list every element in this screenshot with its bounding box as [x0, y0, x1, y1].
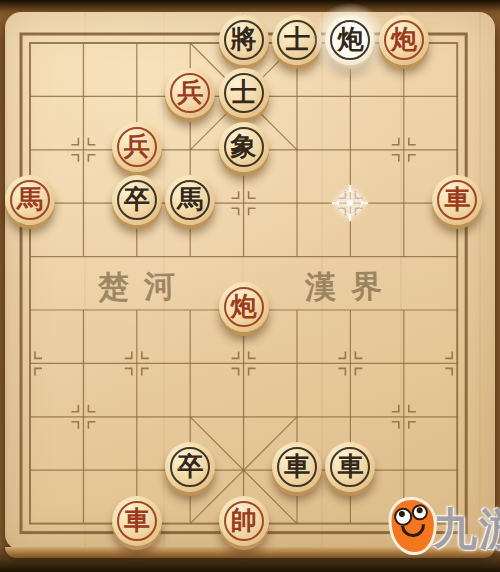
- piece-red-horse[interactable]: 馬: [5, 175, 55, 225]
- mascot-eye-icon: [393, 507, 413, 527]
- mascot-eye-icon: [411, 504, 428, 521]
- piece-red-soldier[interactable]: 兵: [112, 122, 162, 172]
- piece-character: 馬: [17, 186, 43, 212]
- piece-character: 帥: [231, 507, 257, 533]
- piece-character: 兵: [124, 133, 150, 159]
- river-label-right: 漢界: [297, 265, 398, 309]
- piece-black-advisor[interactable]: 士: [219, 68, 269, 118]
- piece-black-chariot[interactable]: 車: [325, 442, 375, 492]
- piece-black-elephant[interactable]: 象: [219, 122, 269, 172]
- piece-red-chariot[interactable]: 車: [432, 175, 482, 225]
- piece-character: 車: [444, 186, 470, 212]
- watermark-text: 九游: [433, 500, 500, 559]
- piece-character: 車: [124, 507, 150, 533]
- reticle-tick-icon: [349, 185, 351, 192]
- piece-black-horse[interactable]: 馬: [165, 175, 215, 225]
- piece-character: 炮: [337, 26, 363, 52]
- piece-character: 炮: [231, 293, 257, 319]
- piece-black-cannon[interactable]: 炮: [325, 15, 375, 65]
- piece-black-chariot[interactable]: 車: [272, 442, 322, 492]
- piece-black-soldier[interactable]: 卒: [112, 175, 162, 225]
- piece-character: 炮: [391, 26, 417, 52]
- piece-character: 將: [231, 26, 257, 52]
- piece-character: 象: [231, 133, 257, 159]
- piece-red-general[interactable]: 帥: [219, 496, 269, 546]
- piece-character: 車: [337, 453, 363, 479]
- piece-red-soldier[interactable]: 兵: [165, 68, 215, 118]
- xiangqi-game-screen: 楚河 漢界 將士炮炮兵士兵象馬卒馬車炮卒車車車帥 九游: [0, 0, 500, 572]
- piece-character: 兵: [177, 79, 203, 105]
- piece-red-cannon[interactable]: 炮: [219, 282, 269, 332]
- piece-character: 士: [284, 26, 310, 52]
- river-label-left: 楚河: [90, 265, 191, 309]
- piece-red-chariot[interactable]: 車: [112, 496, 162, 546]
- piece-black-general[interactable]: 將: [219, 15, 269, 65]
- piece-black-soldier[interactable]: 卒: [165, 442, 215, 492]
- reticle-tick-icon: [361, 202, 368, 204]
- piece-character: 士: [231, 79, 257, 105]
- reticle-dot-icon: [345, 198, 356, 209]
- target-reticle-marker[interactable]: [332, 185, 368, 221]
- piece-red-cannon[interactable]: 炮: [379, 15, 429, 65]
- reticle-tick-icon: [349, 214, 351, 221]
- reticle-tick-icon: [332, 202, 339, 204]
- piece-character: 卒: [124, 186, 150, 212]
- mascot-smile-icon: [401, 524, 426, 538]
- piece-character: 車: [284, 453, 310, 479]
- piece-character: 卒: [177, 453, 203, 479]
- piece-character: 馬: [177, 186, 203, 212]
